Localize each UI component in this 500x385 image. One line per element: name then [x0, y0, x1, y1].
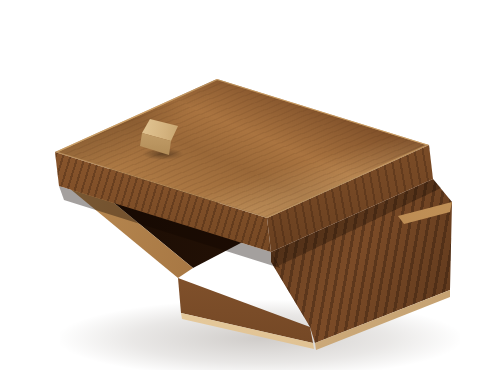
ludo-travel-game-photo [0, 0, 500, 385]
wooden-die [140, 119, 182, 159]
